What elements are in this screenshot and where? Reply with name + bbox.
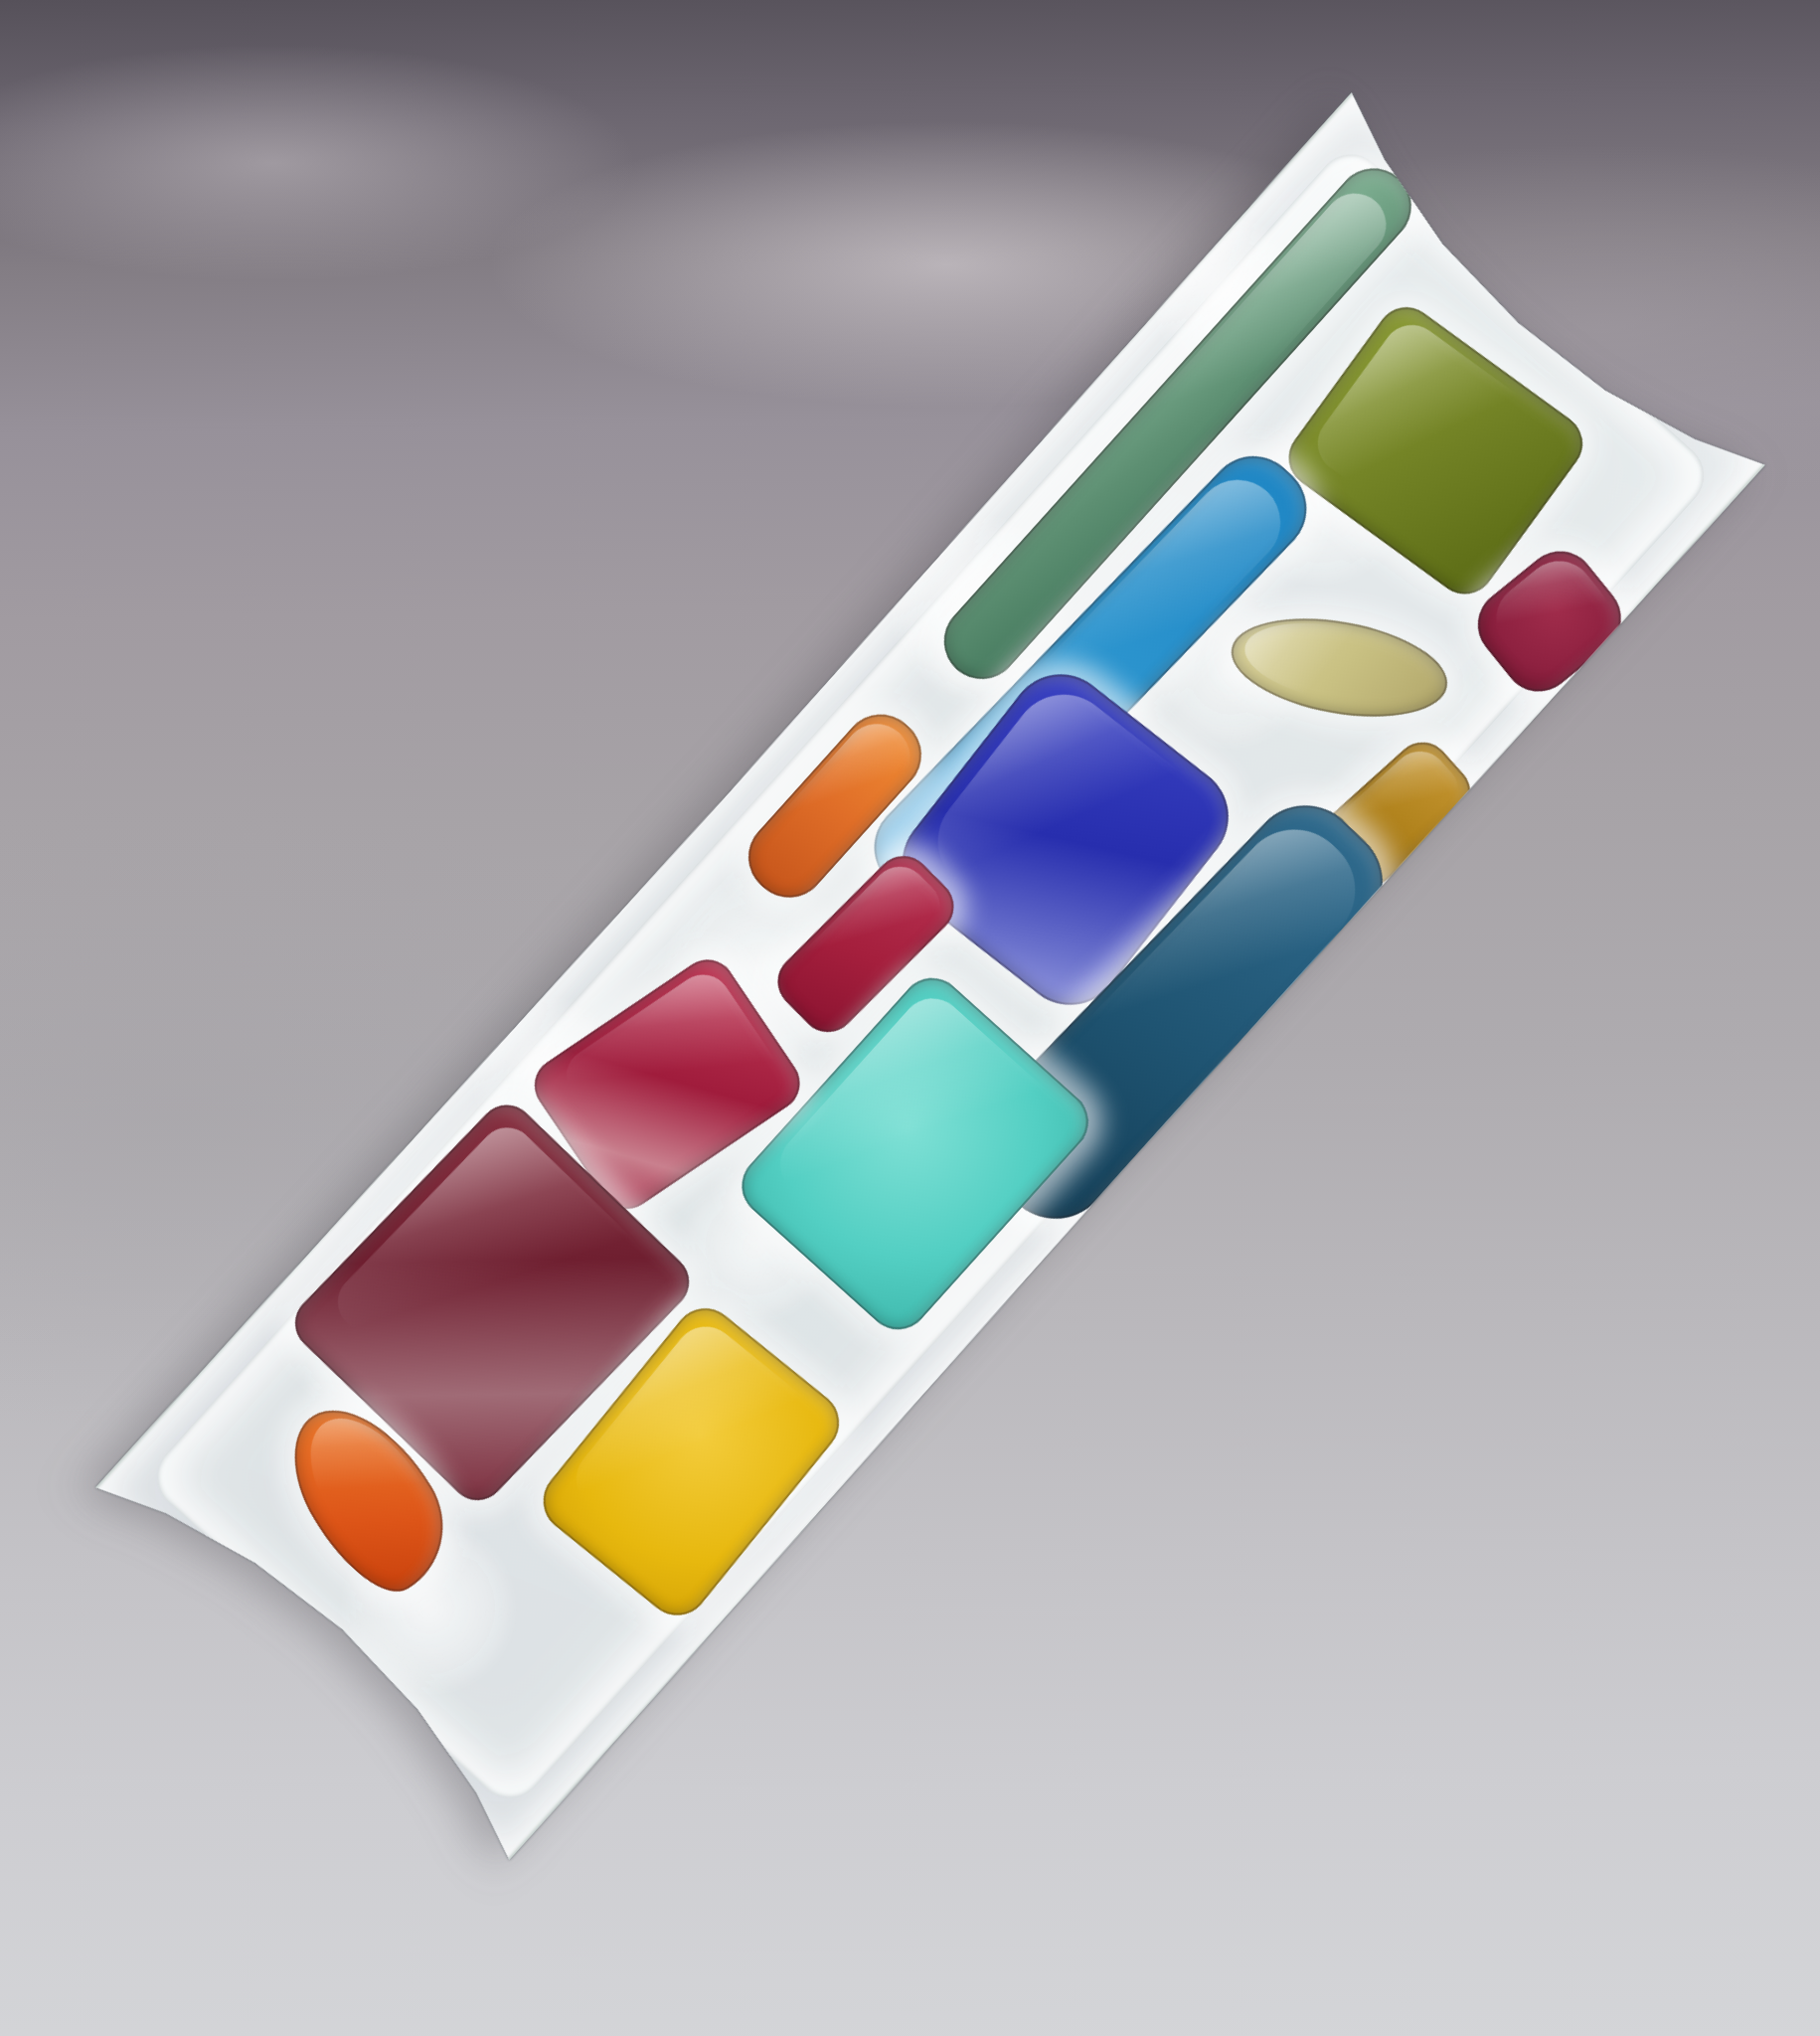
glass-gloss-highlight: [1306, 312, 1569, 568]
glass-gloss-highlight: [1239, 610, 1432, 715]
photo: [0, 0, 1820, 2036]
glass-piece-khaki-lens: [1224, 603, 1455, 732]
glass-gloss-highlight: [557, 964, 792, 1188]
glass-gloss-highlight: [767, 985, 1075, 1295]
